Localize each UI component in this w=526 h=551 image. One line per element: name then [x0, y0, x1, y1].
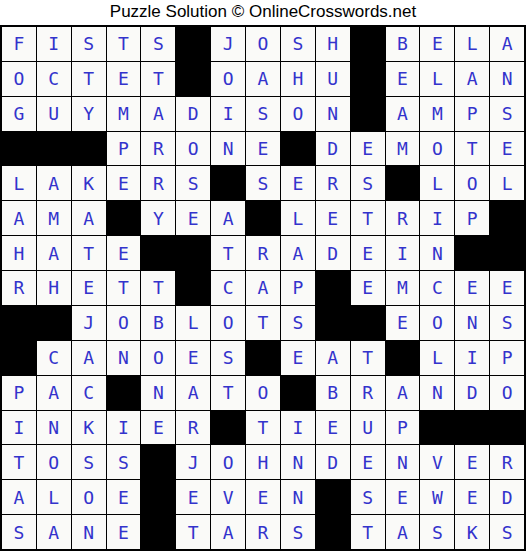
letter-cell-r14c2: L	[37, 480, 71, 514]
letter-cell-r12c11: U	[351, 411, 385, 445]
letter-cell-r2c10: U	[316, 62, 350, 96]
letter-cell-r3c14: P	[455, 97, 489, 131]
letter-cell-r7c7: T	[211, 236, 245, 270]
letter-cell-r7c11: E	[351, 236, 385, 270]
letter-cell-r9c5: B	[141, 306, 175, 340]
block-cell-r10c12	[386, 341, 420, 375]
letter-cell-r8c5: T	[141, 271, 175, 305]
letter-cell-r15c3: N	[72, 515, 106, 549]
letter-cell-r10c10: A	[316, 341, 350, 375]
letter-cell-r8c2: H	[37, 271, 71, 305]
letter-cell-r12c1: I	[2, 411, 36, 445]
letter-cell-r6c1: A	[2, 201, 36, 235]
letter-cell-r7c3: T	[72, 236, 106, 270]
block-cell-r13c5	[141, 445, 175, 479]
letter-cell-r15c13: S	[420, 515, 454, 549]
block-cell-r10c1	[2, 341, 36, 375]
letter-cell-r10c2: C	[37, 341, 71, 375]
letter-cell-r2c5: T	[141, 62, 175, 96]
letter-cell-r10c5: O	[141, 341, 175, 375]
block-cell-r12c7	[211, 411, 245, 445]
letter-cell-r14c13: W	[420, 480, 454, 514]
letter-cell-r5c13: L	[420, 166, 454, 200]
letter-cell-r15c6: T	[176, 515, 210, 549]
block-cell-r9c1	[2, 306, 36, 340]
letter-cell-r11c6: A	[176, 376, 210, 410]
letter-cell-r2c14: A	[455, 62, 489, 96]
block-cell-r8c6	[176, 271, 210, 305]
letter-cell-r3c8: S	[246, 97, 280, 131]
block-cell-r7c5	[141, 236, 175, 270]
letter-cell-r6c3: A	[72, 201, 106, 235]
block-cell-r12c14	[455, 411, 489, 445]
letter-cell-r9c12: E	[386, 306, 420, 340]
block-cell-r1c11	[351, 27, 385, 61]
block-cell-r8c10	[316, 271, 350, 305]
letter-cell-r3c1: G	[2, 97, 36, 131]
letter-cell-r15c15: S	[490, 515, 524, 549]
letter-cell-r10c4: N	[107, 341, 141, 375]
block-cell-r2c11	[351, 62, 385, 96]
letter-cell-r8c3: E	[72, 271, 106, 305]
letter-cell-r5c11: S	[351, 166, 385, 200]
letter-cell-r12c9: I	[281, 411, 315, 445]
letter-cell-r14c14: E	[455, 480, 489, 514]
letter-cell-r15c4: E	[107, 515, 141, 549]
letter-cell-r10c6: E	[176, 341, 210, 375]
letter-cell-r5c8: S	[246, 166, 280, 200]
letter-cell-r4c4: P	[107, 132, 141, 166]
letter-cell-r10c11: T	[351, 341, 385, 375]
letter-cell-r5c14: O	[455, 166, 489, 200]
letter-cell-r3c13: M	[420, 97, 454, 131]
block-cell-r5c7	[211, 166, 245, 200]
letter-cell-r1c9: S	[281, 27, 315, 61]
letter-cell-r15c2: A	[37, 515, 71, 549]
letter-cell-r11c13: N	[420, 376, 454, 410]
letter-cell-r10c9: E	[281, 341, 315, 375]
letter-cell-r8c9: P	[281, 271, 315, 305]
letter-cell-r3c5: A	[141, 97, 175, 131]
letter-cell-r5c3: K	[72, 166, 106, 200]
letter-cell-r5c15: L	[490, 166, 524, 200]
block-cell-r10c8	[246, 341, 280, 375]
letter-cell-r13c7: O	[211, 445, 245, 479]
letter-cell-r4c10: D	[316, 132, 350, 166]
letter-cell-r14c1: A	[2, 480, 36, 514]
letter-cell-r5c4: E	[107, 166, 141, 200]
block-cell-r6c4	[107, 201, 141, 235]
letter-cell-r2c7: O	[211, 62, 245, 96]
block-cell-r15c10	[316, 515, 350, 549]
letter-cell-r10c13: L	[420, 341, 454, 375]
letter-cell-r7c2: A	[37, 236, 71, 270]
letter-cell-r4c6: O	[176, 132, 210, 166]
letter-cell-r1c15: A	[490, 27, 524, 61]
block-cell-r6c8	[246, 201, 280, 235]
letter-cell-r13c13: V	[420, 445, 454, 479]
crossword-grid: FISTSJOSHBELAOCTETOAHUELANGUYMADISONAMPS…	[0, 25, 526, 551]
letter-cell-r13c12: N	[386, 445, 420, 479]
letter-cell-r13c6: J	[176, 445, 210, 479]
letter-cell-r3c4: M	[107, 97, 141, 131]
letter-cell-r5c2: A	[37, 166, 71, 200]
letter-cell-r2c1: O	[2, 62, 36, 96]
letter-cell-r8c8: A	[246, 271, 280, 305]
letter-cell-r10c15: P	[490, 341, 524, 375]
block-cell-r7c14	[455, 236, 489, 270]
letter-cell-r7c1: H	[2, 236, 36, 270]
letter-cell-r3c6: D	[176, 97, 210, 131]
letter-cell-r2c4: E	[107, 62, 141, 96]
block-cell-r2c6	[176, 62, 210, 96]
letter-cell-r13c4: S	[107, 445, 141, 479]
block-cell-r15c5	[141, 515, 175, 549]
letter-cell-r13c10: D	[316, 445, 350, 479]
letter-cell-r6c2: M	[37, 201, 71, 235]
letter-cell-r5c9: E	[281, 166, 315, 200]
letter-cell-r4c8: E	[246, 132, 280, 166]
block-cell-r12c15	[490, 411, 524, 445]
block-cell-r9c11	[351, 306, 385, 340]
block-cell-r11c4	[107, 376, 141, 410]
letter-cell-r3c10: N	[316, 97, 350, 131]
letter-cell-r11c7: T	[211, 376, 245, 410]
letter-cell-r1c12: B	[386, 27, 420, 61]
letter-cell-r6c13: I	[420, 201, 454, 235]
letter-cell-r2c9: H	[281, 62, 315, 96]
block-cell-r7c6	[176, 236, 210, 270]
letter-cell-r8c11: E	[351, 271, 385, 305]
letter-cell-r2c13: L	[420, 62, 454, 96]
block-cell-r14c5	[141, 480, 175, 514]
letter-cell-r3c2: U	[37, 97, 71, 131]
letter-cell-r1c10: H	[316, 27, 350, 61]
letter-cell-r14c11: S	[351, 480, 385, 514]
letter-cell-r3c12: A	[386, 97, 420, 131]
block-cell-r11c9	[281, 376, 315, 410]
letter-cell-r1c5: S	[141, 27, 175, 61]
letter-cell-r4c15: E	[490, 132, 524, 166]
letter-cell-r9c9: S	[281, 306, 315, 340]
letter-cell-r1c14: L	[455, 27, 489, 61]
letter-cell-r12c10: E	[316, 411, 350, 445]
letter-cell-r2c12: E	[386, 62, 420, 96]
letter-cell-r14c8: E	[246, 480, 280, 514]
letter-cell-r12c4: I	[107, 411, 141, 445]
letter-cell-r15c8: R	[246, 515, 280, 549]
letter-cell-r15c11: T	[351, 515, 385, 549]
letter-cell-r15c1: S	[2, 515, 36, 549]
letter-cell-r4c5: R	[141, 132, 175, 166]
letter-cell-r11c3: C	[72, 376, 106, 410]
letter-cell-r4c11: E	[351, 132, 385, 166]
letter-cell-r1c3: S	[72, 27, 106, 61]
letter-cell-r15c14: K	[455, 515, 489, 549]
letter-cell-r13c15: R	[490, 445, 524, 479]
letter-cell-r15c9: S	[281, 515, 315, 549]
letter-cell-r9c13: O	[420, 306, 454, 340]
letter-cell-r12c8: T	[246, 411, 280, 445]
letter-cell-r9c8: T	[246, 306, 280, 340]
block-cell-r4c3	[72, 132, 106, 166]
letter-cell-r9c6: L	[176, 306, 210, 340]
block-cell-r5c12	[386, 166, 420, 200]
letter-cell-r12c12: P	[386, 411, 420, 445]
letter-cell-r7c4: E	[107, 236, 141, 270]
letter-cell-r8c15: E	[490, 271, 524, 305]
page-title: Puzzle Solution © OnlineCrosswords.net	[0, 0, 526, 25]
letter-cell-r12c6: R	[176, 411, 210, 445]
letter-cell-r14c9: N	[281, 480, 315, 514]
letter-cell-r3c7: I	[211, 97, 245, 131]
letter-cell-r1c1: F	[2, 27, 36, 61]
letter-cell-r6c14: P	[455, 201, 489, 235]
block-cell-r4c1	[2, 132, 36, 166]
letter-cell-r7c10: D	[316, 236, 350, 270]
block-cell-r9c10	[316, 306, 350, 340]
letter-cell-r1c8: O	[246, 27, 280, 61]
block-cell-r6c15	[490, 201, 524, 235]
letter-cell-r9c15: S	[490, 306, 524, 340]
letter-cell-r6c5: Y	[141, 201, 175, 235]
letter-cell-r4c14: T	[455, 132, 489, 166]
letter-cell-r6c12: R	[386, 201, 420, 235]
letter-cell-r11c12: A	[386, 376, 420, 410]
letter-cell-r12c2: N	[37, 411, 71, 445]
letter-cell-r9c3: J	[72, 306, 106, 340]
letter-cell-r8c14: E	[455, 271, 489, 305]
letter-cell-r4c7: N	[211, 132, 245, 166]
letter-cell-r13c3: S	[72, 445, 106, 479]
letter-cell-r11c8: O	[246, 376, 280, 410]
letter-cell-r14c4: E	[107, 480, 141, 514]
letter-cell-r11c14: D	[455, 376, 489, 410]
letter-cell-r6c10: E	[316, 201, 350, 235]
block-cell-r7c15	[490, 236, 524, 270]
letter-cell-r13c2: O	[37, 445, 71, 479]
letter-cell-r12c5: E	[141, 411, 175, 445]
letter-cell-r1c7: J	[211, 27, 245, 61]
letter-cell-r8c13: C	[420, 271, 454, 305]
block-cell-r4c2	[37, 132, 71, 166]
block-cell-r4c9	[281, 132, 315, 166]
block-cell-r3c11	[351, 97, 385, 131]
letter-cell-r1c13: E	[420, 27, 454, 61]
letter-cell-r8c4: T	[107, 271, 141, 305]
letter-cell-r13c11: E	[351, 445, 385, 479]
letter-cell-r7c9: A	[281, 236, 315, 270]
letter-cell-r14c7: V	[211, 480, 245, 514]
letter-cell-r10c3: A	[72, 341, 106, 375]
letter-cell-r15c7: A	[211, 515, 245, 549]
letter-cell-r8c7: C	[211, 271, 245, 305]
letter-cell-r10c14: I	[455, 341, 489, 375]
letter-cell-r4c12: M	[386, 132, 420, 166]
letter-cell-r2c2: C	[37, 62, 71, 96]
letter-cell-r7c8: R	[246, 236, 280, 270]
letter-cell-r5c1: L	[2, 166, 36, 200]
letter-cell-r10c7: S	[211, 341, 245, 375]
letter-cell-r3c3: Y	[72, 97, 106, 131]
letter-cell-r9c14: N	[455, 306, 489, 340]
letter-cell-r6c9: L	[281, 201, 315, 235]
letter-cell-r3c15: S	[490, 97, 524, 131]
letter-cell-r3c9: O	[281, 97, 315, 131]
letter-cell-r6c7: A	[211, 201, 245, 235]
letter-cell-r14c15: D	[490, 480, 524, 514]
letter-cell-r7c12: I	[386, 236, 420, 270]
letter-cell-r5c5: R	[141, 166, 175, 200]
letter-cell-r6c6: E	[176, 201, 210, 235]
letter-cell-r12c3: K	[72, 411, 106, 445]
letter-cell-r5c6: S	[176, 166, 210, 200]
letter-cell-r6c11: T	[351, 201, 385, 235]
letter-cell-r7c13: N	[420, 236, 454, 270]
letter-cell-r13c8: H	[246, 445, 280, 479]
block-cell-r14c10	[316, 480, 350, 514]
letter-cell-r11c10: B	[316, 376, 350, 410]
letter-cell-r14c12: E	[386, 480, 420, 514]
letter-cell-r11c2: A	[37, 376, 71, 410]
letter-cell-r14c3: O	[72, 480, 106, 514]
block-cell-r12c13	[420, 411, 454, 445]
letter-cell-r1c2: I	[37, 27, 71, 61]
letter-cell-r2c15: N	[490, 62, 524, 96]
letter-cell-r15c12: A	[386, 515, 420, 549]
block-cell-r1c6	[176, 27, 210, 61]
letter-cell-r11c11: R	[351, 376, 385, 410]
letter-cell-r11c1: P	[2, 376, 36, 410]
letter-cell-r4c13: O	[420, 132, 454, 166]
letter-cell-r13c1: T	[2, 445, 36, 479]
letter-cell-r2c8: A	[246, 62, 280, 96]
puzzle-solution-page: Puzzle Solution © OnlineCrosswords.net F…	[0, 0, 526, 551]
letter-cell-r2c3: T	[72, 62, 106, 96]
letter-cell-r8c12: M	[386, 271, 420, 305]
letter-cell-r9c4: O	[107, 306, 141, 340]
letter-cell-r11c5: N	[141, 376, 175, 410]
letter-cell-r13c9: N	[281, 445, 315, 479]
block-cell-r9c2	[37, 306, 71, 340]
letter-cell-r8c1: R	[2, 271, 36, 305]
letter-cell-r11c15: O	[490, 376, 524, 410]
letter-cell-r14c6: E	[176, 480, 210, 514]
letter-cell-r13c14: E	[455, 445, 489, 479]
letter-cell-r1c4: T	[107, 27, 141, 61]
letter-cell-r5c10: R	[316, 166, 350, 200]
letter-cell-r9c7: O	[211, 306, 245, 340]
